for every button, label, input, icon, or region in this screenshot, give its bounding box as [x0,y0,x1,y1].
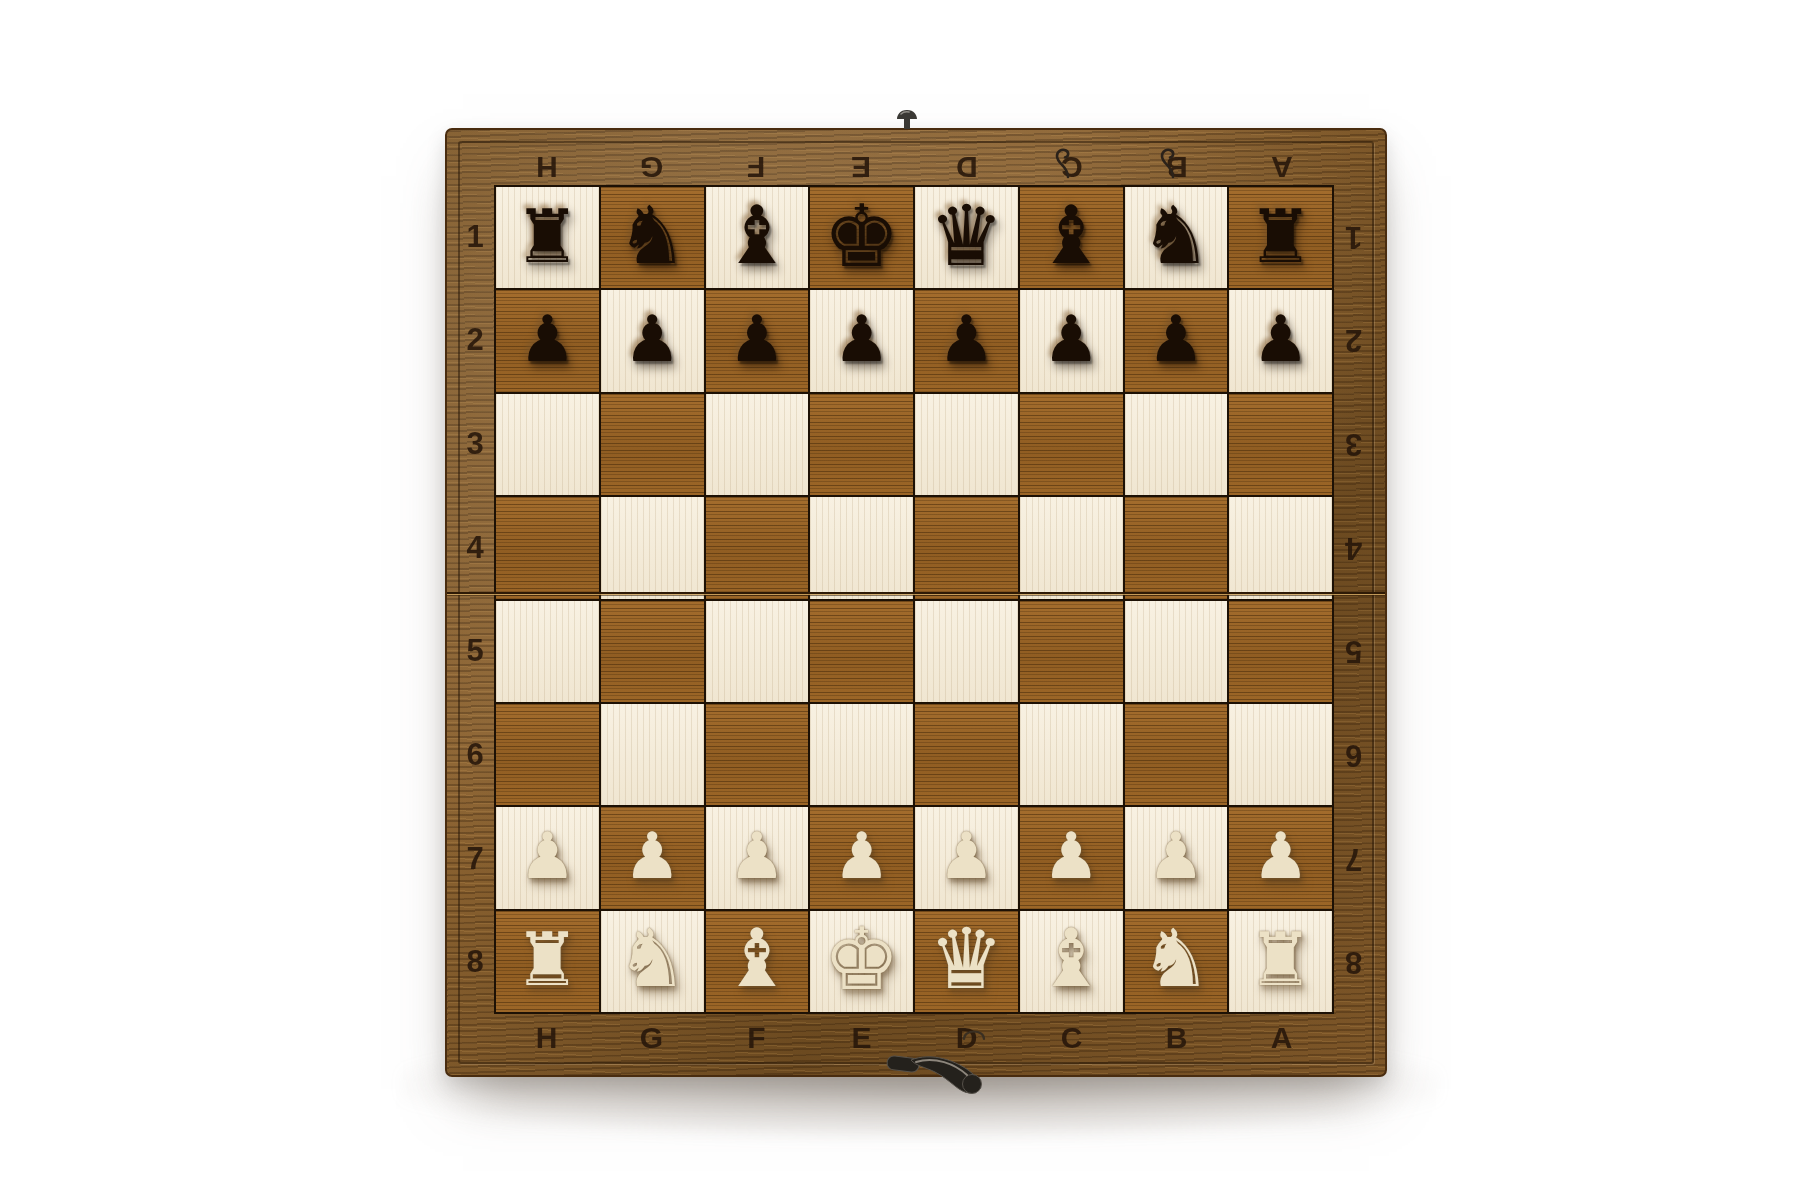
black-pawn-piece[interactable]: ♟ [1252,307,1309,371]
fold-seam [447,592,1385,598]
rank-label-left-2: 2 [447,289,494,393]
rank-label-right-6: 6 [1334,703,1389,807]
square-e8[interactable]: ♚ [810,911,913,1012]
square-d5[interactable] [915,601,1018,702]
square-d1[interactable]: ♛ [915,187,1018,288]
square-d4[interactable] [915,497,1018,598]
white-pawn-piece[interactable]: ♟ [1042,824,1099,888]
rank-labels-right: 12345678 [1334,185,1389,1014]
square-c6[interactable] [1020,704,1123,805]
rank-label-left-3: 3 [447,392,494,496]
square-a4[interactable] [1229,497,1332,598]
rank-label-left-4: 4 [447,496,494,600]
square-a3[interactable] [1229,394,1332,495]
rank-label-right-8: 8 [1334,910,1389,1014]
square-f2[interactable]: ♟ [706,290,809,391]
square-g2[interactable]: ♟ [601,290,704,391]
white-pawn-piece[interactable]: ♟ [1252,824,1309,888]
square-h5[interactable] [496,601,599,702]
square-b1[interactable]: ♞ [1125,187,1228,288]
square-h8[interactable]: ♜ [496,911,599,1012]
square-e5[interactable] [810,601,913,702]
latch-hook-icon [1158,147,1180,179]
black-knight-piece[interactable]: ♞ [616,196,688,276]
square-e4[interactable] [810,497,913,598]
rank-label-right-2: 2 [1334,289,1389,393]
square-g5[interactable] [601,601,704,702]
square-d6[interactable] [915,704,1018,805]
square-c3[interactable] [1020,394,1123,495]
square-f3[interactable] [706,394,809,495]
square-b4[interactable] [1125,497,1228,598]
white-knight-piece[interactable]: ♞ [1140,919,1212,999]
file-label-bottom-b: B [1124,1014,1229,1079]
square-b5[interactable] [1125,601,1228,702]
square-g6[interactable] [601,704,704,805]
white-queen-piece[interactable]: ♛ [929,917,1004,1001]
file-label-bottom-a: A [1229,1014,1334,1079]
square-e2[interactable]: ♟ [810,290,913,391]
square-c7[interactable]: ♟ [1020,807,1123,908]
rank-label-left-6: 6 [447,703,494,807]
square-c4[interactable] [1020,497,1123,598]
square-d8[interactable]: ♛ [915,911,1018,1012]
square-c8[interactable]: ♝ [1020,911,1123,1012]
square-d3[interactable] [915,394,1018,495]
file-label-top-d: D [914,130,1019,185]
black-knight-piece[interactable]: ♞ [1140,196,1212,276]
rank-label-left-7: 7 [447,807,494,911]
square-h3[interactable] [496,394,599,495]
file-label-bottom-g: G [599,1014,704,1079]
square-e7[interactable]: ♟ [810,807,913,908]
file-labels-top: HGFEDCBA [494,130,1334,185]
square-g1[interactable]: ♞ [601,187,704,288]
square-b3[interactable] [1125,394,1228,495]
black-rook-piece[interactable]: ♜ [514,199,580,273]
rank-label-right-5: 5 [1334,600,1389,704]
black-bishop-piece[interactable]: ♝ [721,196,793,276]
square-a8[interactable]: ♜ [1229,911,1332,1012]
rank-label-left-8: 8 [447,910,494,1014]
black-king-piece[interactable]: ♚ [823,193,900,279]
black-pawn-piece[interactable]: ♟ [833,307,890,371]
white-pawn-piece[interactable]: ♟ [833,824,890,888]
file-label-bottom-h: H [494,1014,599,1079]
white-king-piece[interactable]: ♚ [823,916,900,1002]
rank-labels-left: 12345678 [447,185,494,1014]
white-rook-piece[interactable]: ♜ [1247,922,1313,996]
square-h4[interactable] [496,497,599,598]
file-label-top-f: F [704,130,809,185]
file-label-bottom-c: C [1019,1014,1124,1079]
white-pawn-piece[interactable]: ♟ [519,824,576,888]
square-c5[interactable] [1020,601,1123,702]
square-a2[interactable]: ♟ [1229,290,1332,391]
square-d7[interactable]: ♟ [915,807,1018,908]
square-g3[interactable] [601,394,704,495]
file-label-top-e: E [809,130,914,185]
white-bishop-piece[interactable]: ♝ [721,919,793,999]
square-h7[interactable]: ♟ [496,807,599,908]
square-a6[interactable] [1229,704,1332,805]
white-rook-piece[interactable]: ♜ [514,922,580,996]
black-pawn-piece[interactable]: ♟ [728,307,785,371]
file-label-bottom-f: F [704,1014,809,1079]
white-pawn-piece[interactable]: ♟ [938,824,995,888]
latch-eye-icon [960,1026,988,1041]
square-f4[interactable] [706,497,809,598]
square-b2[interactable]: ♟ [1125,290,1228,391]
black-pawn-piece[interactable]: ♟ [1147,307,1204,371]
square-f1[interactable]: ♝ [706,187,809,288]
square-g7[interactable]: ♟ [601,807,704,908]
black-pawn-piece[interactable]: ♟ [1042,307,1099,371]
black-rook-piece[interactable]: ♜ [1247,199,1313,273]
black-queen-piece[interactable]: ♛ [929,194,1004,278]
rank-label-right-1: 1 [1334,185,1389,289]
square-e1[interactable]: ♚ [810,187,913,288]
hinge-pin-icon [894,108,920,132]
clasp-latch-icon [885,1050,997,1102]
file-label-top-g: G [599,130,704,185]
square-g8[interactable]: ♞ [601,911,704,1012]
white-pawn-piece[interactable]: ♟ [1147,824,1204,888]
square-d2[interactable]: ♟ [915,290,1018,391]
white-bishop-piece[interactable]: ♝ [1035,919,1107,999]
square-f7[interactable]: ♟ [706,807,809,908]
chess-board: HGFEDCBA HGFEDCBA 12345678 12345678 ♜♞♝♚… [445,128,1387,1077]
square-a1[interactable]: ♜ [1229,187,1332,288]
file-label-top-a: A [1229,130,1334,185]
square-g4[interactable] [601,497,704,598]
rank-label-left-1: 1 [447,185,494,289]
black-pawn-piece[interactable]: ♟ [623,307,680,371]
rank-label-left-5: 5 [447,600,494,704]
rank-label-right-7: 7 [1334,807,1389,911]
white-pawn-piece[interactable]: ♟ [728,824,785,888]
rank-label-right-3: 3 [1334,392,1389,496]
square-h6[interactable] [496,704,599,805]
square-h1[interactable]: ♜ [496,187,599,288]
square-f8[interactable]: ♝ [706,911,809,1012]
square-c2[interactable]: ♟ [1020,290,1123,391]
file-label-top-h: H [494,130,599,185]
square-a7[interactable]: ♟ [1229,807,1332,908]
square-a5[interactable] [1229,601,1332,702]
square-f5[interactable] [706,601,809,702]
square-f6[interactable] [706,704,809,805]
square-b7[interactable]: ♟ [1125,807,1228,908]
rank-label-right-4: 4 [1334,496,1389,600]
white-pawn-piece[interactable]: ♟ [623,824,680,888]
latch-hook-icon [1053,147,1075,179]
playing-area: ♜♞♝♚♛♝♞♜♟♟♟♟♟♟♟♟♟♟♟♟♟♟♟♟♜♞♝♚♛♝♞♜ [494,185,1334,1014]
black-pawn-piece[interactable]: ♟ [519,307,576,371]
square-c1[interactable]: ♝ [1020,187,1123,288]
square-b8[interactable]: ♞ [1125,911,1228,1012]
square-h2[interactable]: ♟ [496,290,599,391]
square-e3[interactable] [810,394,913,495]
square-b6[interactable] [1125,704,1228,805]
black-bishop-piece[interactable]: ♝ [1035,196,1107,276]
white-knight-piece[interactable]: ♞ [616,919,688,999]
black-pawn-piece[interactable]: ♟ [938,307,995,371]
square-e6[interactable] [810,704,913,805]
photo-scene: HGFEDCBA HGFEDCBA 12345678 12345678 ♜♞♝♚… [0,0,1799,1200]
